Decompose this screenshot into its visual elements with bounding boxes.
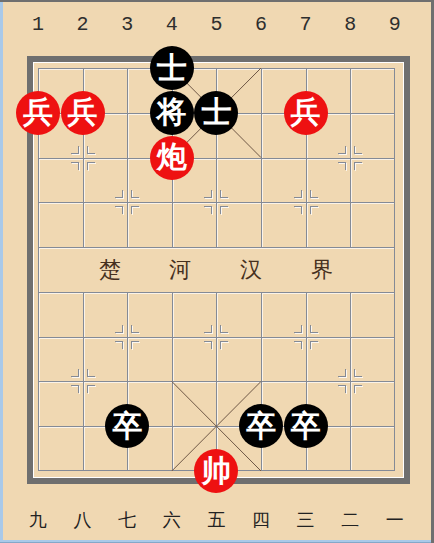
file-label-top: 1 [23,15,53,35]
point-marker [220,206,228,214]
file-label-bottom: 二 [335,510,365,530]
point-marker [204,206,212,214]
file-label-bottom: 七 [112,510,142,530]
point-marker [294,206,302,214]
file-label-bottom: 八 [68,510,98,530]
window-frame-top [0,0,434,2]
point-marker [220,341,228,349]
point-marker [310,190,318,198]
point-marker [294,341,302,349]
point-marker [204,190,212,198]
point-marker [220,325,228,333]
river-text-char: 河 [163,258,197,282]
point-marker [354,162,362,170]
file-label-bottom: 三 [291,510,321,530]
point-marker [338,162,346,170]
piece-black-advisor[interactable]: 士 [150,46,194,90]
point-marker [354,385,362,393]
file-label-bottom: 五 [201,510,231,530]
file-label-top: 5 [201,15,231,35]
board-cell [350,68,395,113]
xiangqi-app-window: 123456789 楚河汉界 士兵兵将士兵炮卒卒卒帅 九八七六五四三二一 [0,0,434,543]
piece-red-soldier[interactable]: 兵 [61,91,105,135]
point-marker [310,206,318,214]
file-label-top: 3 [112,15,142,35]
river-text-char: 界 [305,258,339,282]
board-cell [38,202,83,247]
point-marker [354,146,362,154]
board-cell [350,426,395,471]
file-label-top: 9 [380,15,410,35]
piece-black-general[interactable]: 将 [150,91,194,135]
piece-red-soldier[interactable]: 兵 [284,91,328,135]
piece-red-soldier[interactable]: 兵 [16,91,60,135]
board-cell [172,381,217,426]
piece-black-advisor[interactable]: 士 [194,91,238,135]
file-label-bottom: 九 [23,510,53,530]
point-marker [87,162,95,170]
point-marker [338,369,346,377]
board-cell [350,292,395,337]
point-marker [294,325,302,333]
file-label-top: 7 [291,15,321,35]
river-text-char: 汉 [234,258,268,282]
point-marker [71,369,79,377]
point-marker [115,190,123,198]
file-label-top: 2 [68,15,98,35]
file-label-bottom: 六 [157,510,187,530]
board-cell [350,202,395,247]
file-label-top: 8 [335,15,365,35]
point-marker [115,341,123,349]
file-label-bottom: 四 [246,510,276,530]
point-marker [87,369,95,377]
point-marker [310,341,318,349]
river-text-char: 楚 [93,258,127,282]
point-marker [87,146,95,154]
point-marker [131,341,139,349]
point-marker [115,325,123,333]
point-marker [71,385,79,393]
point-marker [338,146,346,154]
point-marker [71,162,79,170]
file-label-top: 6 [246,15,276,35]
point-marker [204,325,212,333]
point-marker [354,369,362,377]
window-frame-left [0,2,3,543]
piece-black-soldier[interactable]: 卒 [284,404,328,448]
board-cell [38,247,83,292]
file-label-top: 4 [157,15,187,35]
point-marker [87,385,95,393]
file-label-bottom: 一 [380,510,410,530]
point-marker [71,146,79,154]
piece-red-general[interactable]: 帅 [194,449,238,493]
point-marker [131,190,139,198]
point-marker [220,190,228,198]
point-marker [131,206,139,214]
piece-black-soldier[interactable]: 卒 [239,404,283,448]
point-marker [204,341,212,349]
point-marker [310,325,318,333]
board-cell [38,426,83,471]
board-cell [38,292,83,337]
point-marker [338,385,346,393]
piece-red-cannon[interactable]: 炮 [150,136,194,180]
point-marker [115,206,123,214]
point-marker [131,325,139,333]
board-cell [350,247,395,292]
point-marker [294,190,302,198]
